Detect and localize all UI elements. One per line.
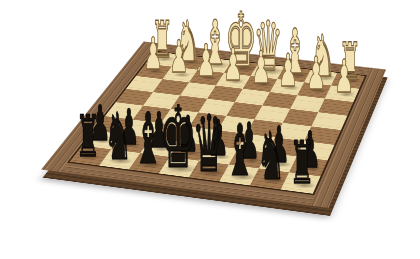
white-pawn-icon: ♟ [224, 42, 243, 87]
pieces-layer: ♜♞♝♚♛♝♞♜♟♟♟♟♟♟♟♟♟♟♟♟♟♟♟♟♜♞♝♚♛♝♞♜ [0, 0, 420, 259]
black-rook-icon: ♜ [289, 134, 315, 193]
white-pawn-icon: ♟ [306, 51, 326, 96]
white-pawn-icon: ♟ [279, 48, 299, 93]
white-pawn-icon: ♟ [143, 33, 162, 77]
white-pawn-icon: ♟ [170, 36, 189, 81]
chess-set-photo-scene: ♜♞♝♚♛♝♞♜♟♟♟♟♟♟♟♟♟♟♟♟♟♟♟♟♜♞♝♚♛♝♞♜ [0, 0, 420, 259]
black-queen-icon: ♛ [192, 105, 226, 184]
black-knight-icon: ♞ [104, 104, 132, 169]
white-pawn-icon: ♟ [197, 39, 216, 84]
black-bishop-icon: ♝ [224, 115, 255, 186]
black-rook-icon: ♜ [76, 107, 101, 164]
white-pawn-icon: ♟ [334, 54, 354, 100]
white-pawn-icon: ♟ [251, 45, 271, 90]
black-knight-icon: ♞ [256, 123, 285, 190]
